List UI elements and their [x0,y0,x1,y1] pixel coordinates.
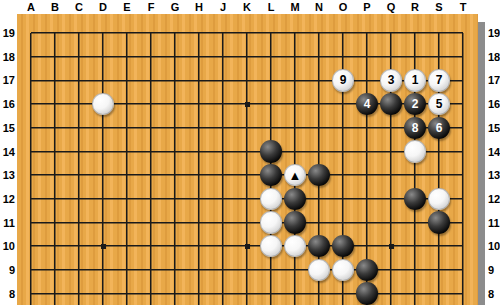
row-label-right-12: 12 [488,192,500,206]
intersection-O16[interactable] [331,92,355,116]
intersection-B17[interactable] [43,69,67,93]
star-point-K10 [245,244,250,249]
stone-white-D16[interactable] [92,93,115,116]
intersection-D15[interactable] [91,116,115,140]
intersection-A15[interactable] [19,116,43,140]
intersection-J8[interactable] [211,282,235,305]
col-label-D: D [91,0,115,14]
intersection-J10[interactable] [211,234,235,258]
intersection-F8[interactable] [139,282,163,305]
intersection-O9[interactable] [331,258,355,282]
intersection-E16[interactable] [115,92,139,116]
col-label-J: J [211,0,235,14]
intersection-C14[interactable] [67,140,91,164]
intersection-G10[interactable] [163,234,187,258]
intersection-M8[interactable] [283,282,307,305]
intersection-R11[interactable] [403,211,427,235]
intersection-E19[interactable] [115,21,139,45]
col-label-M: M [283,0,307,14]
intersection-Q18[interactable] [379,45,403,69]
intersection-G14[interactable] [163,140,187,164]
stone-white-O9[interactable] [332,259,355,282]
intersection-N11[interactable] [307,211,331,235]
intersection-O18[interactable] [331,45,355,69]
intersection-K8[interactable] [235,282,259,305]
intersection-M15[interactable] [283,116,307,140]
intersection-B8[interactable] [43,282,67,305]
intersection-A14[interactable] [19,140,43,164]
intersection-B12[interactable] [43,187,67,211]
intersection-T18[interactable] [451,45,475,69]
intersection-S13[interactable] [427,163,451,187]
intersection-S18[interactable] [427,45,451,69]
stone-black-P16-move-4[interactable]: 4 [356,93,379,116]
intersection-H9[interactable] [187,258,211,282]
intersection-B15[interactable] [43,116,67,140]
intersection-L18[interactable] [259,45,283,69]
intersection-B16[interactable] [43,92,67,116]
intersection-S16[interactable]: 5 [427,92,451,116]
stone-black-L13[interactable] [260,164,283,187]
intersection-K13[interactable] [235,163,259,187]
stone-black-O10[interactable] [332,235,355,258]
intersection-R10[interactable] [403,234,427,258]
row-label-left-8: 8 [0,287,15,301]
intersection-H15[interactable] [187,116,211,140]
row-label-right-16: 16 [488,97,500,111]
intersection-A13[interactable] [19,163,43,187]
intersection-J14[interactable] [211,140,235,164]
intersection-N10[interactable] [307,234,331,258]
intersection-J11[interactable] [211,211,235,235]
col-label-N: N [307,0,331,14]
col-label-T: T [451,0,475,14]
intersection-B19[interactable] [43,21,67,45]
stone-white-L12[interactable] [260,188,283,211]
intersection-C8[interactable] [67,282,91,305]
intersection-C11[interactable] [67,211,91,235]
intersection-L10[interactable] [259,234,283,258]
row-label-left-11: 11 [0,216,15,230]
intersection-J13[interactable] [211,163,235,187]
intersection-T14[interactable] [451,140,475,164]
star-point-K16 [245,102,250,107]
intersection-E18[interactable] [115,45,139,69]
intersection-O13[interactable] [331,163,355,187]
intersection-K18[interactable] [235,45,259,69]
star-point-D10 [101,244,106,249]
intersection-T15[interactable] [451,116,475,140]
intersection-D17[interactable] [91,69,115,93]
stone-black-P9[interactable] [356,259,379,282]
intersection-D13[interactable] [91,163,115,187]
intersection-O10[interactable] [331,234,355,258]
stone-white-M10[interactable] [284,235,307,258]
intersection-P13[interactable] [355,163,379,187]
intersection-B10[interactable] [43,234,67,258]
row-label-left-13: 13 [0,168,15,182]
intersection-J19[interactable] [211,21,235,45]
intersection-K19[interactable] [235,21,259,45]
intersection-G16[interactable] [163,92,187,116]
intersection-J15[interactable] [211,116,235,140]
col-label-H: H [187,0,211,14]
intersection-R19[interactable] [403,21,427,45]
intersection-F11[interactable] [139,211,163,235]
intersection-L9[interactable] [259,258,283,282]
intersection-Q8[interactable] [379,282,403,305]
board-grid: 931742586▲ [19,21,475,305]
intersection-L8[interactable] [259,282,283,305]
intersection-O14[interactable] [331,140,355,164]
intersection-Q15[interactable] [379,116,403,140]
intersection-K12[interactable] [235,187,259,211]
intersection-N19[interactable] [307,21,331,45]
intersection-P14[interactable] [355,140,379,164]
col-label-K: K [235,0,259,14]
intersection-Q9[interactable] [379,258,403,282]
stone-black-L14[interactable] [260,140,283,163]
col-label-S: S [427,0,451,14]
intersection-F15[interactable] [139,116,163,140]
intersection-G11[interactable] [163,211,187,235]
intersection-F18[interactable] [139,45,163,69]
row-label-right-8: 8 [488,287,500,301]
intersection-N17[interactable] [307,69,331,93]
intersection-P18[interactable] [355,45,379,69]
intersection-R14[interactable] [403,140,427,164]
intersection-P12[interactable] [355,187,379,211]
row-label-right-9: 9 [488,263,500,277]
intersection-H8[interactable] [187,282,211,305]
stone-white-M13-triangle[interactable]: ▲ [284,164,307,187]
intersection-J17[interactable] [211,69,235,93]
intersection-F19[interactable] [139,21,163,45]
intersection-E15[interactable] [115,116,139,140]
stone-black-M12[interactable] [284,188,307,211]
intersection-P15[interactable] [355,116,379,140]
intersection-M12[interactable] [283,187,307,211]
intersection-N12[interactable] [307,187,331,211]
intersection-H10[interactable] [187,234,211,258]
intersection-N13[interactable] [307,163,331,187]
intersection-T13[interactable] [451,163,475,187]
stone-white-L10[interactable] [260,235,283,258]
intersection-D9[interactable] [91,258,115,282]
intersection-M11[interactable] [283,211,307,235]
intersection-J12[interactable] [211,187,235,211]
intersection-A8[interactable] [19,282,43,305]
intersection-E17[interactable] [115,69,139,93]
intersection-E10[interactable] [115,234,139,258]
row-label-left-15: 15 [0,121,15,135]
intersection-F9[interactable] [139,258,163,282]
intersection-S10[interactable] [427,234,451,258]
row-label-right-17: 17 [488,73,500,87]
intersection-E8[interactable] [115,282,139,305]
intersection-N18[interactable] [307,45,331,69]
intersection-O17[interactable]: 9 [331,69,355,93]
intersection-M13[interactable]: ▲ [283,163,307,187]
intersection-A11[interactable] [19,211,43,235]
intersection-O8[interactable] [331,282,355,305]
stone-black-S11[interactable] [428,211,451,234]
intersection-F14[interactable] [139,140,163,164]
col-label-E: E [115,0,139,14]
intersection-A19[interactable] [19,21,43,45]
go-board-screen: 931742586▲ ABCDEFGHJKLMNOPQRST 191817161… [0,0,500,305]
intersection-S12[interactable] [427,187,451,211]
intersection-N16[interactable] [307,92,331,116]
intersection-L15[interactable] [259,116,283,140]
intersection-T11[interactable] [451,211,475,235]
stone-white-R14[interactable] [404,140,427,163]
intersection-B9[interactable] [43,258,67,282]
intersection-H19[interactable] [187,21,211,45]
intersection-G15[interactable] [163,116,187,140]
intersection-R17[interactable]: 1 [403,69,427,93]
intersection-J18[interactable] [211,45,235,69]
intersection-R13[interactable] [403,163,427,187]
intersection-J16[interactable] [211,92,235,116]
stone-black-N10[interactable] [308,235,331,258]
intersection-B14[interactable] [43,140,67,164]
intersection-L16[interactable] [259,92,283,116]
col-label-P: P [355,0,379,14]
row-label-right-15: 15 [488,121,500,135]
intersection-H12[interactable] [187,187,211,211]
row-label-left-12: 12 [0,192,15,206]
intersection-M10[interactable] [283,234,307,258]
intersection-S8[interactable] [427,282,451,305]
go-board[interactable]: 931742586▲ [17,14,478,305]
intersection-R8[interactable] [403,282,427,305]
intersection-R12[interactable] [403,187,427,211]
row-label-left-17: 17 [0,73,15,87]
intersection-T17[interactable] [451,69,475,93]
intersection-T10[interactable] [451,234,475,258]
intersection-G8[interactable] [163,282,187,305]
intersection-Q11[interactable] [379,211,403,235]
intersection-N8[interactable] [307,282,331,305]
intersection-M18[interactable] [283,45,307,69]
intersection-Q16[interactable] [379,92,403,116]
intersection-K11[interactable] [235,211,259,235]
intersection-A18[interactable] [19,45,43,69]
intersection-G13[interactable] [163,163,187,187]
intersection-D14[interactable] [91,140,115,164]
col-label-A: A [19,0,43,14]
intersection-C15[interactable] [67,116,91,140]
intersection-T16[interactable] [451,92,475,116]
intersection-H18[interactable] [187,45,211,69]
intersection-H16[interactable] [187,92,211,116]
star-point-Q10 [389,244,394,249]
row-label-left-10: 10 [0,239,15,253]
stone-white-L11[interactable] [260,211,283,234]
intersection-D8[interactable] [91,282,115,305]
intersection-S19[interactable] [427,21,451,45]
intersection-K14[interactable] [235,140,259,164]
intersection-T9[interactable] [451,258,475,282]
intersection-R16[interactable]: 2 [403,92,427,116]
intersection-R9[interactable] [403,258,427,282]
intersection-L14[interactable] [259,140,283,164]
intersection-N15[interactable] [307,116,331,140]
intersection-G12[interactable] [163,187,187,211]
intersection-T12[interactable] [451,187,475,211]
intersection-Q12[interactable] [379,187,403,211]
intersection-A9[interactable] [19,258,43,282]
intersection-E13[interactable] [115,163,139,187]
intersection-O15[interactable] [331,116,355,140]
stone-black-N13[interactable] [308,164,331,187]
intersection-C10[interactable] [67,234,91,258]
intersection-R18[interactable] [403,45,427,69]
row-label-right-10: 10 [488,239,500,253]
stone-black-R15-move-8[interactable]: 8 [404,117,427,140]
intersection-T8[interactable] [451,282,475,305]
intersection-L12[interactable] [259,187,283,211]
stone-white-S16-move-5[interactable]: 5 [428,93,451,116]
intersection-Q17[interactable]: 3 [379,69,403,93]
intersection-F13[interactable] [139,163,163,187]
intersection-C19[interactable] [67,21,91,45]
intersection-Q13[interactable] [379,163,403,187]
intersection-E14[interactable] [115,140,139,164]
intersection-E12[interactable] [115,187,139,211]
stone-white-R17-move-1[interactable]: 1 [404,69,427,92]
row-label-left-16: 16 [0,97,15,111]
intersection-D18[interactable] [91,45,115,69]
intersection-M19[interactable] [283,21,307,45]
row-label-left-14: 14 [0,145,15,159]
intersection-P19[interactable] [355,21,379,45]
intersection-F12[interactable] [139,187,163,211]
intersection-D10[interactable] [91,234,115,258]
intersection-R15[interactable]: 8 [403,116,427,140]
intersection-K16[interactable] [235,92,259,116]
intersection-C18[interactable] [67,45,91,69]
intersection-D16[interactable] [91,92,115,116]
intersection-H17[interactable] [187,69,211,93]
intersection-G18[interactable] [163,45,187,69]
stone-black-Q16[interactable] [380,93,403,116]
intersection-B13[interactable] [43,163,67,187]
intersection-B18[interactable] [43,45,67,69]
intersection-G17[interactable] [163,69,187,93]
intersection-D11[interactable] [91,211,115,235]
intersection-C16[interactable] [67,92,91,116]
intersection-K10[interactable] [235,234,259,258]
intersection-N14[interactable] [307,140,331,164]
intersection-G19[interactable] [163,21,187,45]
intersection-L13[interactable] [259,163,283,187]
stone-white-N9[interactable] [308,259,331,282]
intersection-P10[interactable] [355,234,379,258]
stone-white-S17-move-7[interactable]: 7 [428,69,451,92]
row-label-left-9: 9 [0,263,15,277]
stone-black-S15-move-6[interactable]: 6 [428,117,451,140]
intersection-M16[interactable] [283,92,307,116]
stone-white-Q17-move-3[interactable]: 3 [380,69,403,92]
intersection-E9[interactable] [115,258,139,282]
intersection-D19[interactable] [91,21,115,45]
intersection-P17[interactable] [355,69,379,93]
intersection-S11[interactable] [427,211,451,235]
intersection-F17[interactable] [139,69,163,93]
col-label-L: L [259,0,283,14]
row-label-left-19: 19 [0,26,15,40]
intersection-A10[interactable] [19,234,43,258]
intersection-H13[interactable] [187,163,211,187]
col-label-C: C [67,0,91,14]
intersection-O11[interactable] [331,211,355,235]
intersection-L17[interactable] [259,69,283,93]
intersection-O19[interactable] [331,21,355,45]
intersection-G9[interactable] [163,258,187,282]
intersection-T19[interactable] [451,21,475,45]
stone-white-O17-move-9[interactable]: 9 [332,69,355,92]
intersection-H14[interactable] [187,140,211,164]
intersection-Q10[interactable] [379,234,403,258]
intersection-A17[interactable] [19,69,43,93]
intersection-S9[interactable] [427,258,451,282]
intersection-K9[interactable] [235,258,259,282]
stone-black-P8[interactable] [356,282,379,305]
intersection-B11[interactable] [43,211,67,235]
intersection-K17[interactable] [235,69,259,93]
intersection-M14[interactable] [283,140,307,164]
stone-black-M11[interactable] [284,211,307,234]
intersection-P16[interactable]: 4 [355,92,379,116]
intersection-F16[interactable] [139,92,163,116]
intersection-Q14[interactable] [379,140,403,164]
intersection-S14[interactable] [427,140,451,164]
triangle-marker: ▲ [289,169,302,182]
intersection-L11[interactable] [259,211,283,235]
intersection-E11[interactable] [115,211,139,235]
intersection-O12[interactable] [331,187,355,211]
stone-black-R16-move-2[interactable]: 2 [404,93,427,116]
stone-white-S12[interactable] [428,188,451,211]
intersection-A16[interactable] [19,92,43,116]
intersection-C13[interactable] [67,163,91,187]
intersection-D12[interactable] [91,187,115,211]
intersection-C12[interactable] [67,187,91,211]
row-label-left-18: 18 [0,50,15,64]
intersection-S17[interactable]: 7 [427,69,451,93]
intersection-C9[interactable] [67,258,91,282]
row-label-right-13: 13 [488,168,500,182]
intersection-P9[interactable] [355,258,379,282]
intersection-P11[interactable] [355,211,379,235]
intersection-N9[interactable] [307,258,331,282]
intersection-P8[interactable] [355,282,379,305]
intersection-Q19[interactable] [379,21,403,45]
stone-black-R12[interactable] [404,188,427,211]
intersection-M9[interactable] [283,258,307,282]
intersection-S15[interactable]: 6 [427,116,451,140]
intersection-J9[interactable] [211,258,235,282]
intersection-K15[interactable] [235,116,259,140]
intersection-A12[interactable] [19,187,43,211]
intersection-M17[interactable] [283,69,307,93]
intersection-L19[interactable] [259,21,283,45]
intersection-C17[interactable] [67,69,91,93]
intersection-H11[interactable] [187,211,211,235]
intersection-F10[interactable] [139,234,163,258]
